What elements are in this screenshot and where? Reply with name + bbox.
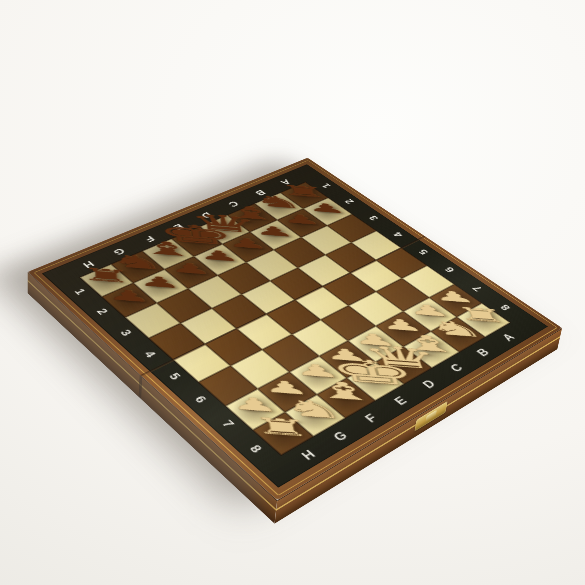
- brass-clasp: [414, 401, 447, 432]
- photo-background: 1234567812345678HGFEDCBAHGFEDCBA ♜♞♝♛♚♝♞…: [0, 0, 585, 585]
- chess-board: 1234567812345678HGFEDCBAHGFEDCBA ♜♞♝♛♚♝♞…: [28, 158, 562, 501]
